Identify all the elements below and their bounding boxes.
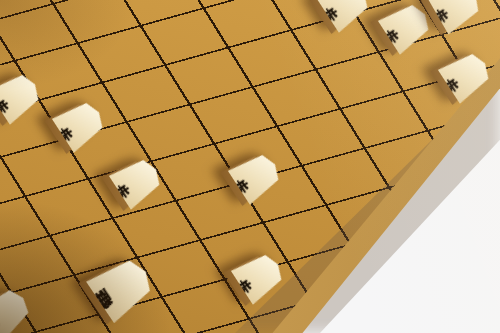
piece-kanji: 歩兵	[452, 0, 461, 13]
piece-kanji: 歩兵	[12, 89, 22, 103]
piece-kanji: 飛車	[116, 278, 129, 296]
piece-kanji: 歩兵	[76, 117, 86, 131]
piece-kanji: 歩兵	[1, 305, 12, 318]
shogi-photo: 歩兵 歩兵 歩兵 歩兵 歩兵 飛車 歩兵	[0, 0, 500, 333]
piece-kanji: 歩兵	[341, 0, 351, 11]
piece-kanji: 歩兵	[133, 174, 143, 188]
piece-kanji: 歩兵	[402, 19, 412, 33]
piece-kanji: 歩兵	[462, 68, 472, 82]
piece-kanji: 歩兵	[255, 269, 265, 283]
piece-kanji: 歩兵	[252, 169, 262, 183]
